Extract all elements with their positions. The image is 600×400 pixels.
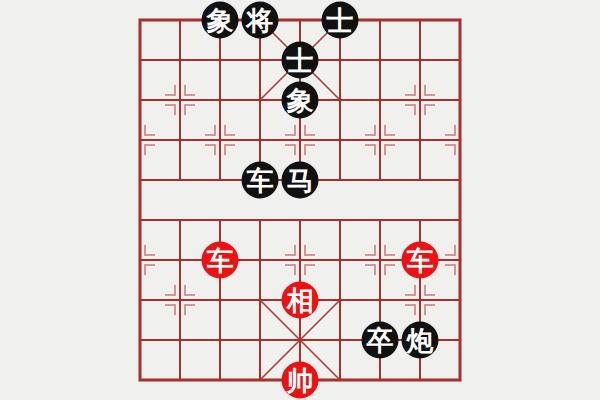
- black-chariot-piece[interactable]: 车: [242, 162, 279, 199]
- position-marker: [285, 245, 295, 255]
- position-marker: [145, 125, 155, 135]
- position-marker: [185, 305, 195, 315]
- black-elephant-piece[interactable]: 象: [282, 82, 319, 119]
- position-marker: [445, 245, 455, 255]
- position-marker: [385, 265, 395, 275]
- red-chariot-piece[interactable]: 车: [202, 242, 239, 279]
- position-marker: [165, 285, 175, 295]
- position-marker: [145, 245, 155, 255]
- black-general-piece[interactable]: 将: [242, 2, 279, 39]
- position-marker: [445, 125, 455, 135]
- position-marker: [305, 245, 315, 255]
- position-marker: [165, 85, 175, 95]
- position-marker: [425, 85, 435, 95]
- position-marker: [205, 145, 215, 155]
- position-marker: [185, 105, 195, 115]
- position-marker: [365, 145, 375, 155]
- position-marker: [425, 285, 435, 295]
- position-marker: [285, 145, 295, 155]
- black-soldier-piece[interactable]: 卒: [362, 322, 399, 359]
- position-marker: [285, 125, 295, 135]
- position-marker: [385, 125, 395, 135]
- position-marker: [165, 105, 175, 115]
- position-marker: [405, 85, 415, 95]
- position-marker: [385, 145, 395, 155]
- position-marker: [185, 85, 195, 95]
- position-marker: [365, 245, 375, 255]
- position-marker: [305, 125, 315, 135]
- black-advisor-piece[interactable]: 士: [322, 2, 359, 39]
- black-advisor-piece[interactable]: 士: [282, 42, 319, 79]
- position-marker: [445, 265, 455, 275]
- position-marker: [165, 305, 175, 315]
- position-marker: [305, 145, 315, 155]
- black-cannon-piece[interactable]: 炮: [402, 322, 439, 359]
- position-marker: [425, 305, 435, 315]
- position-marker: [285, 265, 295, 275]
- xiangqi-diagram: 象将士士象车马卒炮车车相帅: [0, 0, 600, 400]
- position-marker: [365, 125, 375, 135]
- position-marker: [305, 265, 315, 275]
- position-marker: [225, 125, 235, 135]
- position-marker: [445, 145, 455, 155]
- position-marker: [225, 145, 235, 155]
- position-marker: [185, 285, 195, 295]
- red-general-piece[interactable]: 帅: [282, 362, 319, 399]
- position-marker: [405, 285, 415, 295]
- position-marker: [145, 265, 155, 275]
- position-marker: [145, 145, 155, 155]
- position-marker: [405, 305, 415, 315]
- position-marker: [205, 125, 215, 135]
- black-elephant-piece[interactable]: 象: [202, 2, 239, 39]
- position-marker: [385, 245, 395, 255]
- position-marker: [365, 265, 375, 275]
- red-elephant-piece[interactable]: 相: [282, 282, 319, 319]
- position-marker: [405, 105, 415, 115]
- red-chariot-piece[interactable]: 车: [402, 242, 439, 279]
- black-horse-piece[interactable]: 马: [282, 162, 319, 199]
- position-marker: [425, 105, 435, 115]
